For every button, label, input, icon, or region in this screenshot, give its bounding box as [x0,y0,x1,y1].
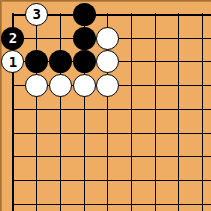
intersection[interactable] [120,74,144,98]
intersection[interactable] [1,145,25,169]
intersection[interactable] [143,192,167,211]
intersection[interactable] [96,145,120,169]
white-stone [96,74,119,97]
intersection[interactable] [72,3,96,27]
intersection[interactable] [96,121,120,145]
intersection[interactable] [49,168,73,192]
black-stone: 2 [1,27,24,50]
board-intersections: 321 [1,3,211,211]
intersection[interactable] [49,26,73,50]
intersection[interactable] [191,50,211,74]
intersection[interactable] [191,145,211,169]
intersection[interactable] [143,145,167,169]
intersection[interactable] [167,74,191,98]
intersection[interactable] [72,121,96,145]
intersection[interactable] [167,145,191,169]
white-stone [73,74,96,97]
intersection[interactable] [49,192,73,211]
intersection[interactable] [120,50,144,74]
intersection[interactable] [72,74,96,98]
intersection[interactable] [72,192,96,211]
intersection[interactable] [191,26,211,50]
intersection[interactable]: 1 [1,50,25,74]
intersection[interactable]: 2 [1,26,25,50]
black-stone [49,50,72,73]
move-number: 2 [9,31,17,45]
intersection[interactable] [96,97,120,121]
black-stone [73,3,96,26]
intersection[interactable] [49,50,73,74]
intersection[interactable] [143,121,167,145]
intersection[interactable] [143,168,167,192]
intersection[interactable] [120,192,144,211]
intersection[interactable] [191,121,211,145]
intersection[interactable] [72,168,96,192]
intersection[interactable] [143,3,167,27]
intersection[interactable] [25,97,49,121]
intersection[interactable] [191,74,211,98]
intersection[interactable] [120,145,144,169]
black-stone [73,27,96,50]
white-stone: 3 [25,3,48,26]
intersection[interactable] [25,145,49,169]
black-stone [25,50,48,73]
intersection[interactable] [120,26,144,50]
intersection[interactable] [96,168,120,192]
intersection[interactable] [143,74,167,98]
intersection[interactable] [25,50,49,74]
intersection[interactable] [167,97,191,121]
intersection[interactable] [120,97,144,121]
intersection[interactable] [96,50,120,74]
intersection[interactable] [25,74,49,98]
intersection[interactable] [120,121,144,145]
intersection[interactable] [191,192,211,211]
intersection[interactable] [25,168,49,192]
intersection[interactable] [96,26,120,50]
intersection[interactable] [143,50,167,74]
move-number: 3 [32,7,40,21]
intersection[interactable] [1,192,25,211]
intersection[interactable] [191,97,211,121]
intersection[interactable] [120,3,144,27]
intersection[interactable] [72,26,96,50]
intersection[interactable] [96,3,120,27]
intersection[interactable] [72,145,96,169]
intersection[interactable] [120,168,144,192]
intersection[interactable] [72,97,96,121]
intersection[interactable] [96,74,120,98]
white-stone: 1 [1,50,24,73]
intersection[interactable] [25,26,49,50]
intersection[interactable] [1,3,25,27]
intersection[interactable] [25,192,49,211]
intersection[interactable] [167,168,191,192]
intersection[interactable] [49,3,73,27]
intersection[interactable] [49,74,73,98]
intersection[interactable] [49,145,73,169]
intersection[interactable] [25,121,49,145]
intersection[interactable] [167,50,191,74]
move-number: 1 [9,55,17,69]
black-stone [73,50,96,73]
intersection[interactable] [1,74,25,98]
intersection[interactable] [1,168,25,192]
intersection[interactable] [191,3,211,27]
intersection[interactable]: 3 [25,3,49,27]
intersection[interactable] [1,97,25,121]
intersection[interactable] [167,3,191,27]
intersection[interactable] [167,26,191,50]
intersection[interactable] [49,121,73,145]
intersection[interactable] [49,97,73,121]
intersection[interactable] [167,192,191,211]
intersection[interactable] [143,97,167,121]
white-stone [25,74,48,97]
intersection[interactable] [167,121,191,145]
white-stone [49,74,72,97]
intersection[interactable] [191,168,211,192]
intersection[interactable] [1,121,25,145]
intersection[interactable] [96,192,120,211]
intersection[interactable] [143,26,167,50]
go-board: 321 [0,0,211,211]
white-stone [96,27,119,50]
white-stone [96,50,119,73]
intersection[interactable] [72,50,96,74]
